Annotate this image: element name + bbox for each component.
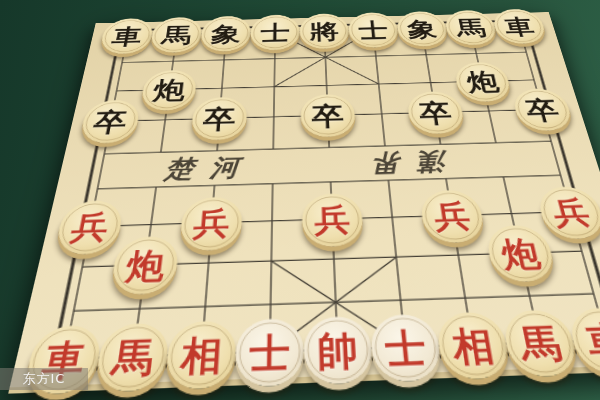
piece-glyph: 兵 <box>549 196 593 228</box>
piece-glyph: 馬 <box>110 336 156 378</box>
piece-glyph: 車 <box>582 320 600 361</box>
piece-glyph: 士 <box>260 21 290 43</box>
piece-glyph: 士 <box>384 327 428 368</box>
piece-glyph: 帥 <box>317 329 359 370</box>
piece-glyph: 車 <box>110 25 144 47</box>
board-photo-scene: 楚河 漢界 車馬象士將士象馬車炮炮卒卒卒卒卒兵兵兵兵兵炮炮車馬相士帥士相馬車 东… <box>0 0 600 400</box>
xiangqi-board: 楚河 漢界 車馬象士將士象馬車炮炮卒卒卒卒卒兵兵兵兵兵炮炮車馬相士帥士相馬車 <box>8 12 600 394</box>
piece-glyph: 將 <box>309 20 339 42</box>
piece-glyph: 炮 <box>152 77 187 102</box>
piece-glyph: 兵 <box>314 203 351 235</box>
piece-glyph: 馬 <box>516 322 565 363</box>
piece-glyph: 士 <box>249 331 290 372</box>
piece-glyph: 兵 <box>432 200 473 232</box>
piece-glyph: 相 <box>450 325 496 366</box>
piece-glyph: 卒 <box>92 108 130 134</box>
piece-glyph: 象 <box>406 18 438 39</box>
piece-glyph: 卒 <box>523 97 562 123</box>
piece-glyph: 象 <box>210 23 241 45</box>
piece-glyph: 卒 <box>202 105 236 131</box>
river-label-han-jie: 漢界 <box>351 143 475 181</box>
piece-glyph: 卒 <box>418 100 454 126</box>
piece-glyph: 馬 <box>454 17 487 38</box>
piece-glyph: 士 <box>358 19 389 40</box>
piece-glyph: 馬 <box>160 24 192 46</box>
piece-glyph: 炮 <box>498 236 542 271</box>
river-label-chu-he: 楚河 <box>139 149 263 187</box>
pieces-layer: 車馬象士將士象馬車炮炮卒卒卒卒卒兵兵兵兵兵炮炮車馬相士帥士相馬車 <box>96 12 549 23</box>
piece-glyph: 兵 <box>192 207 231 240</box>
watermark-dongfang-ic: 东方IC <box>0 368 88 390</box>
piece-glyph: 炮 <box>465 69 501 93</box>
piece-glyph: 卒 <box>311 102 344 128</box>
piece-glyph: 車 <box>502 16 537 37</box>
piece-glyph: 相 <box>179 334 223 376</box>
piece-glyph: 兵 <box>69 210 112 243</box>
piece-glyph: 炮 <box>124 248 166 283</box>
